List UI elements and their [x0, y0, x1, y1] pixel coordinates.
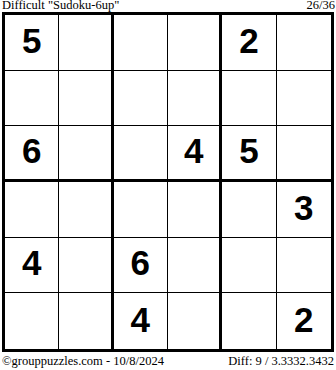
cell-r2c5[interactable]: [222, 71, 276, 127]
cell-r5c1[interactable]: 4: [5, 238, 59, 294]
cell-r4c1[interactable]: [5, 182, 59, 238]
cell-r1c2[interactable]: [59, 15, 113, 71]
cell-r4c5[interactable]: [222, 182, 276, 238]
cell-r3c6[interactable]: [277, 126, 331, 182]
cell-r5c4[interactable]: [168, 238, 222, 294]
cell-r4c2[interactable]: [59, 182, 113, 238]
cell-r2c4[interactable]: [168, 71, 222, 127]
cell-r4c3[interactable]: [114, 182, 168, 238]
cell-r3c2[interactable]: [59, 126, 113, 182]
cell-r6c6[interactable]: 2: [277, 293, 331, 349]
puzzle-page: Difficult "Sudoku-6up" 26/36 5 2 6 4 5 3…: [0, 0, 336, 370]
cell-r1c3[interactable]: [114, 15, 168, 71]
cell-r6c1[interactable]: [5, 293, 59, 349]
cell-r2c3[interactable]: [114, 71, 168, 127]
sudoku-board: 5 2 6 4 5 3 4 6 4 2: [2, 12, 334, 352]
cell-r3c4[interactable]: 4: [168, 126, 222, 182]
cell-r1c6[interactable]: [277, 15, 331, 71]
cell-r6c4[interactable]: [168, 293, 222, 349]
cell-r2c2[interactable]: [59, 71, 113, 127]
puzzle-title: Difficult "Sudoku-6up": [2, 0, 119, 12]
cell-r3c5[interactable]: 5: [222, 126, 276, 182]
cell-r5c2[interactable]: [59, 238, 113, 294]
difficulty-text: Diff: 9 / 3.3332.3432: [228, 354, 334, 368]
cell-r5c6[interactable]: [277, 238, 331, 294]
cell-r3c1[interactable]: 6: [5, 126, 59, 182]
cell-r5c3[interactable]: 6: [114, 238, 168, 294]
cell-r1c5[interactable]: 2: [222, 15, 276, 71]
cell-r6c2[interactable]: [59, 293, 113, 349]
cell-r2c6[interactable]: [277, 71, 331, 127]
cell-r1c1[interactable]: 5: [5, 15, 59, 71]
cell-r5c5[interactable]: [222, 238, 276, 294]
header: Difficult "Sudoku-6up" 26/36: [2, 0, 335, 12]
cell-r2c1[interactable]: [5, 71, 59, 127]
cell-r3c3[interactable]: [114, 126, 168, 182]
cell-r6c5[interactable]: [222, 293, 276, 349]
cell-r1c4[interactable]: [168, 15, 222, 71]
cell-r4c6[interactable]: 3: [277, 182, 331, 238]
footer: ©grouppuzzles.com - 10/8/2024 Diff: 9 / …: [2, 354, 334, 369]
puzzle-counter: 26/36: [307, 0, 335, 12]
cell-r6c3[interactable]: 4: [114, 293, 168, 349]
copyright-text: ©grouppuzzles.com - 10/8/2024: [2, 354, 164, 368]
cell-r4c4[interactable]: [168, 182, 222, 238]
